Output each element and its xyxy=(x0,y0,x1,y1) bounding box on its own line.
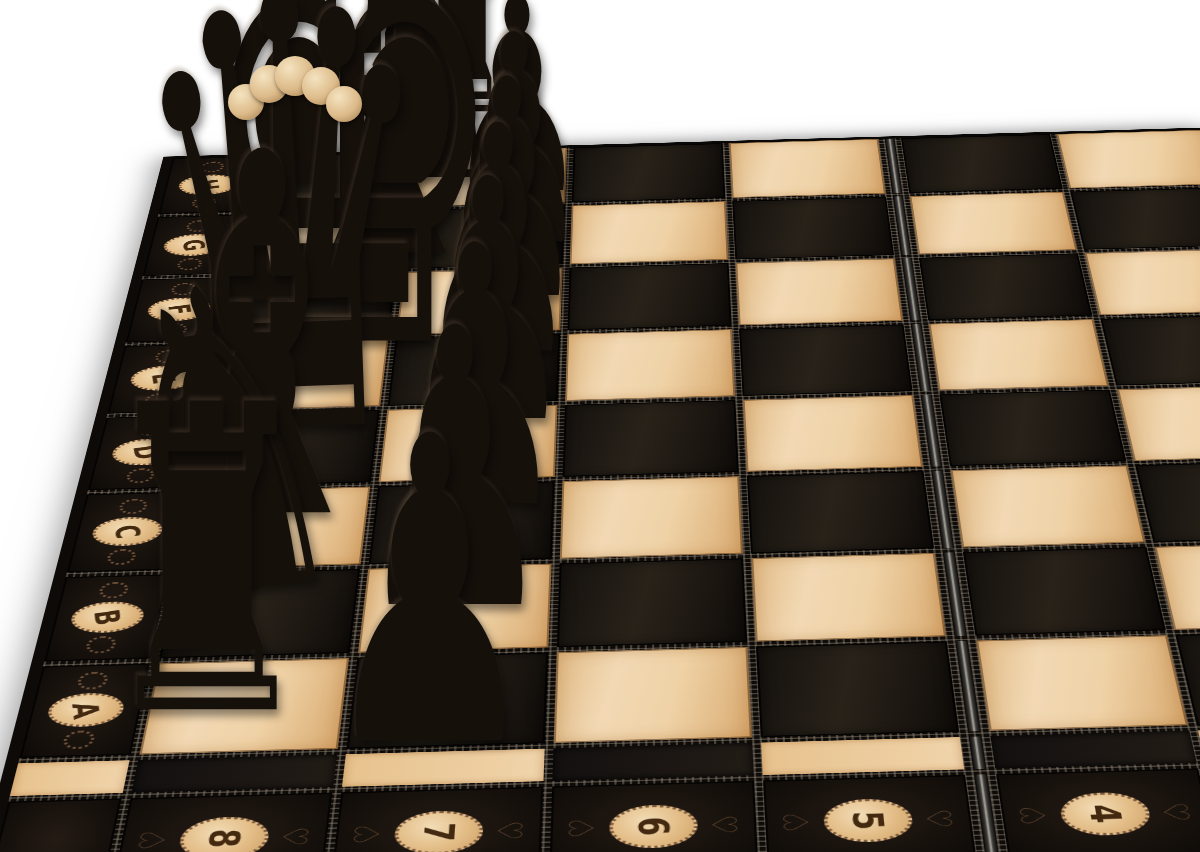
queen-crown-pin-icon xyxy=(326,86,362,122)
piece-black-pawn-a7: ♟ xyxy=(319,383,541,805)
pieces-layer: ♜♟♞♟♝♟♚♟♛♟♝♟♞♟♜♟ xyxy=(0,0,1200,852)
chessboard-photo-scene: HGFEDCBA♡8♡♡7♡♡6♡♡5♡♡4♡♡3♡ ♜♟♞♟♝♟♚♟♛♟♝♟♞… xyxy=(0,0,1200,852)
piece-black-rook-a8: ♜ xyxy=(96,351,318,773)
